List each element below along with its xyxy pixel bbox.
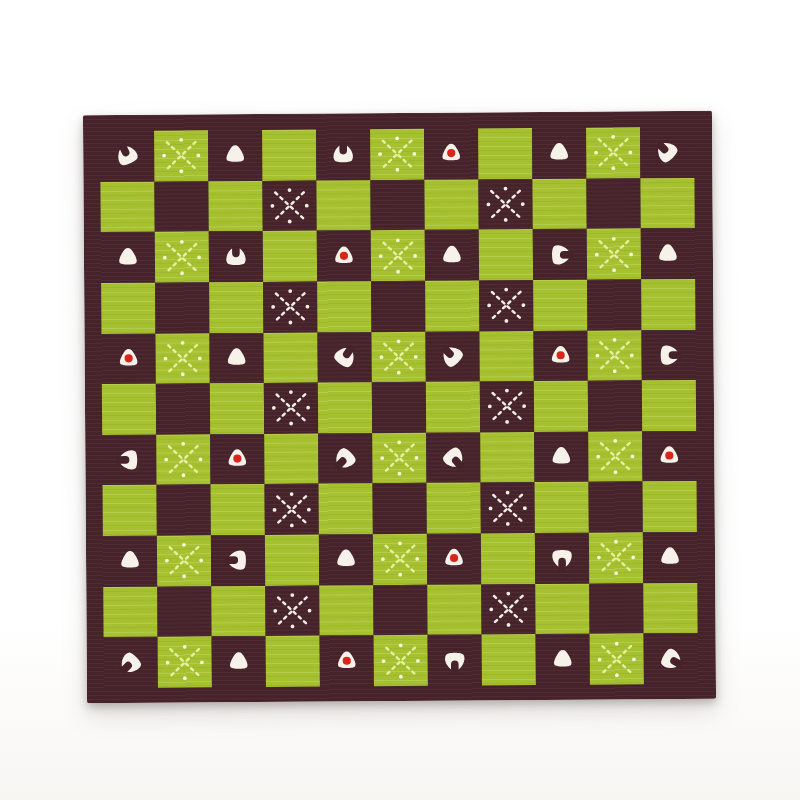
cell-r7c1 — [102, 435, 156, 486]
cell-r3c4 — [263, 231, 317, 282]
stitch-x-motif — [593, 335, 637, 375]
bitten-onigiri-motif — [223, 244, 249, 270]
cell-r9c11 — [643, 532, 697, 583]
bitten-onigiri-motif — [547, 241, 573, 267]
cell-r7c2 — [156, 434, 210, 485]
onigiri-motif — [115, 244, 141, 270]
cell-r8c8 — [481, 483, 535, 534]
onigiri-umeboshi-motif — [656, 443, 682, 469]
stitch-x-motif — [379, 641, 423, 681]
cell-r2c9 — [532, 178, 586, 229]
onigiri-motif — [655, 241, 681, 267]
cell-r11c11 — [644, 633, 698, 684]
onigiri-motif — [657, 544, 683, 570]
cell-r1c3 — [208, 130, 262, 181]
cell-r1c10 — [586, 127, 640, 178]
cell-r8c10 — [589, 482, 643, 533]
cell-r8c1 — [103, 485, 157, 536]
cell-r4c7 — [425, 280, 479, 331]
stitch-x-motif — [591, 133, 635, 173]
onigiri-motif — [117, 548, 143, 574]
cell-r3c6 — [371, 230, 425, 281]
onigiri-motif — [439, 242, 465, 268]
cell-r8c3 — [211, 484, 265, 535]
stitch-x-motif — [163, 642, 207, 682]
cell-r8c6 — [373, 483, 427, 534]
onigiri-umeboshi-motif — [116, 346, 142, 372]
cell-r4c9 — [533, 280, 587, 331]
cell-r5c11 — [641, 329, 695, 380]
stitch-x-motif — [486, 589, 530, 629]
cell-r7c9 — [534, 431, 588, 482]
cell-r3c10 — [587, 229, 641, 280]
bitten-onigiri-motif — [656, 342, 682, 368]
cell-r2c3 — [208, 181, 262, 232]
stitch-x-motif — [267, 186, 311, 226]
cell-r7c5 — [318, 433, 372, 484]
cell-r6c2 — [156, 383, 210, 434]
stitch-x-motif — [161, 338, 205, 378]
onigiri-umeboshi-motif — [331, 243, 357, 269]
cell-r6c1 — [102, 384, 156, 435]
cell-r9c9 — [535, 533, 589, 584]
bitten-onigiri-motif — [653, 641, 688, 676]
cell-r3c3 — [209, 231, 263, 282]
cell-r7c8 — [480, 432, 534, 483]
stitch-x-motif — [159, 136, 203, 176]
stitch-x-motif — [268, 287, 312, 327]
cell-r10c8 — [481, 584, 535, 635]
cell-r11c6 — [374, 635, 428, 686]
cell-r2c10 — [586, 178, 640, 229]
stitch-x-motif — [162, 541, 206, 581]
cell-r2c6 — [370, 179, 424, 230]
stitch-x-motif — [595, 639, 639, 679]
cell-r2c7 — [424, 179, 478, 230]
cell-r5c1 — [101, 333, 155, 384]
cell-r11c2 — [158, 637, 212, 688]
onigiri-motif — [226, 649, 252, 675]
cell-r1c8 — [478, 128, 532, 179]
cell-r10c7 — [427, 584, 481, 635]
cell-r9c1 — [103, 536, 157, 587]
cell-r9c2 — [157, 535, 211, 586]
cell-r10c3 — [211, 586, 265, 637]
bitten-onigiri-motif — [327, 440, 364, 477]
cell-r10c9 — [535, 583, 589, 634]
cell-r4c5 — [317, 281, 371, 332]
bitten-onigiri-motif — [330, 142, 356, 168]
cell-r8c7 — [427, 483, 481, 534]
stitch-x-motif — [161, 439, 205, 479]
cell-r5c4 — [263, 332, 317, 383]
cell-r2c8 — [478, 179, 532, 230]
stitch-x-motif — [593, 436, 637, 476]
cell-r9c4 — [265, 535, 319, 586]
cell-r7c10 — [588, 431, 642, 482]
cell-r1c2 — [154, 130, 208, 181]
bitten-onigiri-motif — [112, 644, 149, 681]
cell-r7c3 — [210, 434, 264, 485]
cell-r10c4 — [265, 585, 319, 636]
cell-r6c3 — [210, 383, 264, 434]
cell-r11c7 — [428, 635, 482, 686]
cell-r7c4 — [264, 433, 318, 484]
cell-r1c1 — [100, 131, 154, 182]
cell-r5c7 — [425, 331, 479, 382]
onigiri-motif — [222, 142, 248, 168]
cell-r3c7 — [425, 230, 479, 281]
cell-r7c7 — [426, 432, 480, 483]
onigiri-umeboshi-motif — [438, 141, 464, 167]
cell-r10c10 — [589, 583, 643, 634]
stitch-x-motif — [270, 489, 314, 529]
cell-r5c9 — [533, 330, 587, 381]
cell-r2c5 — [316, 180, 370, 231]
bitten-onigiri-motif — [110, 139, 145, 174]
stitch-x-motif — [377, 438, 421, 478]
stitch-x-motif — [486, 488, 530, 528]
stitch-x-motif — [160, 237, 204, 277]
cell-r8c9 — [535, 482, 589, 533]
furoshiki-cloth — [83, 111, 716, 703]
cell-r6c7 — [426, 382, 480, 433]
cell-r3c8 — [479, 229, 533, 280]
bitten-onigiri-motif — [549, 545, 575, 571]
cell-r3c2 — [155, 232, 209, 283]
stitch-x-motif — [592, 234, 636, 274]
cell-r5c5 — [317, 332, 371, 383]
cell-r5c10 — [587, 330, 641, 381]
cell-r9c5 — [319, 534, 373, 585]
onigiri-motif — [546, 140, 572, 166]
cell-r4c6 — [371, 281, 425, 332]
cell-r4c11 — [641, 279, 695, 330]
cell-r3c5 — [317, 230, 371, 281]
onigiri-umeboshi-motif — [548, 343, 574, 369]
cell-r8c2 — [157, 485, 211, 536]
photo-background — [0, 0, 800, 800]
cell-r9c3 — [211, 535, 265, 586]
onigiri-motif — [224, 345, 250, 371]
cell-r1c5 — [316, 129, 370, 180]
cell-r6c10 — [588, 380, 642, 431]
cell-r5c6 — [371, 331, 425, 382]
cell-r6c5 — [318, 382, 372, 433]
cell-r5c8 — [479, 331, 533, 382]
cell-r9c6 — [373, 534, 427, 585]
cell-r7c6 — [372, 433, 426, 484]
cell-r1c9 — [532, 128, 586, 179]
cell-r6c9 — [534, 381, 588, 432]
onigiri-umeboshi-motif — [441, 546, 467, 572]
stitch-x-motif — [269, 388, 313, 428]
bitten-onigiri-motif — [327, 339, 363, 375]
bitten-onigiri-motif — [225, 547, 251, 573]
onigiri-motif — [548, 444, 574, 470]
bitten-onigiri-motif — [442, 647, 468, 673]
cell-r6c6 — [372, 382, 426, 433]
onigiri-umeboshi-motif — [224, 446, 250, 472]
stitch-x-motif — [483, 184, 527, 224]
stitch-x-motif — [377, 337, 421, 377]
cell-r8c5 — [319, 484, 373, 535]
onigiri-umeboshi-motif — [334, 648, 360, 674]
cell-r3c9 — [533, 229, 587, 280]
cell-r4c3 — [209, 282, 263, 333]
cell-r4c4 — [263, 281, 317, 332]
stitch-x-motif — [594, 538, 638, 578]
cell-r11c4 — [266, 636, 320, 687]
cell-r2c1 — [100, 181, 154, 232]
bitten-onigiri-motif — [116, 447, 142, 473]
cell-r4c2 — [155, 282, 209, 333]
board — [100, 127, 698, 688]
cell-r10c2 — [157, 586, 211, 637]
stitch-x-motif — [484, 285, 528, 325]
bitten-onigiri-motif — [434, 338, 471, 375]
onigiri-motif — [550, 646, 576, 672]
cell-r3c11 — [641, 228, 695, 279]
cell-r5c3 — [209, 332, 263, 383]
stitch-x-motif — [485, 387, 529, 427]
cell-r6c11 — [642, 380, 696, 431]
cell-r2c2 — [154, 181, 208, 232]
cell-r9c8 — [481, 533, 535, 584]
cell-r1c4 — [262, 130, 316, 181]
cell-r11c1 — [104, 637, 158, 688]
stitch-x-motif — [375, 134, 419, 174]
cell-r4c10 — [587, 279, 641, 330]
cell-r6c8 — [480, 381, 534, 432]
onigiri-motif — [333, 547, 359, 573]
cell-r2c4 — [262, 180, 316, 231]
cell-r11c5 — [320, 636, 374, 687]
cell-r10c5 — [319, 585, 373, 636]
cell-r1c11 — [640, 127, 694, 178]
cell-r6c4 — [264, 383, 318, 434]
cell-r9c10 — [589, 532, 643, 583]
cell-r5c2 — [155, 333, 209, 384]
cell-r11c8 — [482, 634, 536, 685]
cell-r10c11 — [643, 583, 697, 634]
cell-r8c4 — [265, 484, 319, 535]
cell-r4c8 — [479, 280, 533, 331]
stitch-x-motif — [378, 539, 422, 579]
cell-r2c11 — [640, 178, 694, 229]
cell-r3c1 — [101, 232, 155, 283]
cell-r1c7 — [424, 128, 478, 179]
cell-r4c1 — [101, 283, 155, 334]
cell-r10c1 — [103, 586, 157, 637]
cell-r8c11 — [643, 481, 697, 532]
cell-r10c6 — [373, 585, 427, 636]
bitten-onigiri-motif — [649, 134, 686, 171]
stitch-x-motif — [376, 235, 420, 275]
cell-r11c3 — [212, 636, 266, 687]
cell-r11c10 — [590, 634, 644, 685]
cell-r11c9 — [536, 634, 590, 685]
cell-r1c6 — [370, 129, 424, 180]
cell-r7c11 — [642, 431, 696, 482]
cell-r9c7 — [427, 534, 481, 585]
bitten-onigiri-motif — [435, 439, 472, 476]
stitch-x-motif — [270, 591, 314, 631]
